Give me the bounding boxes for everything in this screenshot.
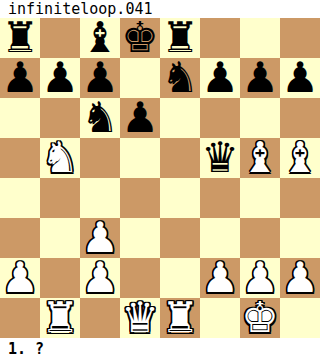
piece-black-pawn: ♟ <box>41 58 79 98</box>
move-prompt: 1. ? <box>0 338 320 360</box>
square-g4[interactable] <box>240 178 280 218</box>
square-e4[interactable] <box>160 178 200 218</box>
square-a2[interactable]: ♟ <box>0 258 40 298</box>
piece-black-rook: ♜ <box>1 18 39 58</box>
piece-black-pawn: ♟ <box>281 58 319 98</box>
square-d5[interactable] <box>120 138 160 178</box>
piece-white-knight: ♞ <box>41 138 79 178</box>
square-f1[interactable] <box>200 298 240 338</box>
piece-black-king: ♚ <box>121 18 159 58</box>
piece-black-queen: ♛ <box>201 138 239 178</box>
square-h5[interactable]: ♝ <box>280 138 320 178</box>
square-b8[interactable] <box>40 18 80 58</box>
square-g8[interactable] <box>240 18 280 58</box>
square-e2[interactable] <box>160 258 200 298</box>
square-a6[interactable] <box>0 98 40 138</box>
square-d2[interactable] <box>120 258 160 298</box>
square-h2[interactable]: ♟ <box>280 258 320 298</box>
square-g6[interactable] <box>240 98 280 138</box>
piece-white-queen: ♛ <box>121 298 159 338</box>
chess-board: ♜♝♚♜♟♟♟♞♟♟♟♞♟♞♛♝♝♟♟♟♟♟♟♜♛♜♚ <box>0 18 320 338</box>
piece-black-rook: ♜ <box>161 18 199 58</box>
square-h3[interactable] <box>280 218 320 258</box>
piece-white-pawn: ♟ <box>1 258 39 298</box>
square-g1[interactable]: ♚ <box>240 298 280 338</box>
square-d7[interactable] <box>120 58 160 98</box>
square-f2[interactable]: ♟ <box>200 258 240 298</box>
square-d3[interactable] <box>120 218 160 258</box>
square-c5[interactable] <box>80 138 120 178</box>
square-d1[interactable]: ♛ <box>120 298 160 338</box>
square-f3[interactable] <box>200 218 240 258</box>
square-g7[interactable]: ♟ <box>240 58 280 98</box>
square-h7[interactable]: ♟ <box>280 58 320 98</box>
square-b7[interactable]: ♟ <box>40 58 80 98</box>
square-e3[interactable] <box>160 218 200 258</box>
piece-black-pawn: ♟ <box>201 58 239 98</box>
piece-white-pawn: ♟ <box>201 258 239 298</box>
square-f4[interactable] <box>200 178 240 218</box>
square-c1[interactable] <box>80 298 120 338</box>
square-d4[interactable] <box>120 178 160 218</box>
square-a1[interactable] <box>0 298 40 338</box>
square-h8[interactable] <box>280 18 320 58</box>
square-h4[interactable] <box>280 178 320 218</box>
square-f7[interactable]: ♟ <box>200 58 240 98</box>
square-g3[interactable] <box>240 218 280 258</box>
square-b6[interactable] <box>40 98 80 138</box>
square-d6[interactable]: ♟ <box>120 98 160 138</box>
square-h1[interactable] <box>280 298 320 338</box>
square-e5[interactable] <box>160 138 200 178</box>
piece-black-pawn: ♟ <box>1 58 39 98</box>
piece-white-bishop: ♝ <box>241 138 279 178</box>
piece-black-pawn: ♟ <box>121 98 159 138</box>
chess-app: infiniteloop.041 ♜♝♚♜♟♟♟♞♟♟♟♞♟♞♛♝♝♟♟♟♟♟♟… <box>0 0 320 360</box>
puzzle-title: infiniteloop.041 <box>0 0 320 18</box>
square-a5[interactable] <box>0 138 40 178</box>
square-c2[interactable]: ♟ <box>80 258 120 298</box>
piece-white-pawn: ♟ <box>81 218 119 258</box>
square-b5[interactable]: ♞ <box>40 138 80 178</box>
square-d8[interactable]: ♚ <box>120 18 160 58</box>
square-a3[interactable] <box>0 218 40 258</box>
square-f5[interactable]: ♛ <box>200 138 240 178</box>
piece-white-rook: ♜ <box>161 298 199 338</box>
piece-white-pawn: ♟ <box>241 258 279 298</box>
piece-black-pawn: ♟ <box>81 58 119 98</box>
piece-black-knight: ♞ <box>161 58 199 98</box>
square-f6[interactable] <box>200 98 240 138</box>
piece-white-rook: ♜ <box>41 298 79 338</box>
square-a4[interactable] <box>0 178 40 218</box>
square-c3[interactable]: ♟ <box>80 218 120 258</box>
square-a8[interactable]: ♜ <box>0 18 40 58</box>
piece-black-bishop: ♝ <box>81 18 119 58</box>
piece-white-bishop: ♝ <box>281 138 319 178</box>
square-c6[interactable]: ♞ <box>80 98 120 138</box>
square-b4[interactable] <box>40 178 80 218</box>
square-c8[interactable]: ♝ <box>80 18 120 58</box>
square-e1[interactable]: ♜ <box>160 298 200 338</box>
piece-white-pawn: ♟ <box>281 258 319 298</box>
square-b2[interactable] <box>40 258 80 298</box>
square-b3[interactable] <box>40 218 80 258</box>
square-c4[interactable] <box>80 178 120 218</box>
square-g2[interactable]: ♟ <box>240 258 280 298</box>
square-e6[interactable] <box>160 98 200 138</box>
square-a7[interactable]: ♟ <box>0 58 40 98</box>
square-c7[interactable]: ♟ <box>80 58 120 98</box>
square-g5[interactable]: ♝ <box>240 138 280 178</box>
square-f8[interactable] <box>200 18 240 58</box>
piece-black-pawn: ♟ <box>241 58 279 98</box>
piece-white-king: ♚ <box>241 298 279 338</box>
piece-white-pawn: ♟ <box>81 258 119 298</box>
piece-black-knight: ♞ <box>81 98 119 138</box>
square-b1[interactable]: ♜ <box>40 298 80 338</box>
square-e7[interactable]: ♞ <box>160 58 200 98</box>
square-h6[interactable] <box>280 98 320 138</box>
square-e8[interactable]: ♜ <box>160 18 200 58</box>
